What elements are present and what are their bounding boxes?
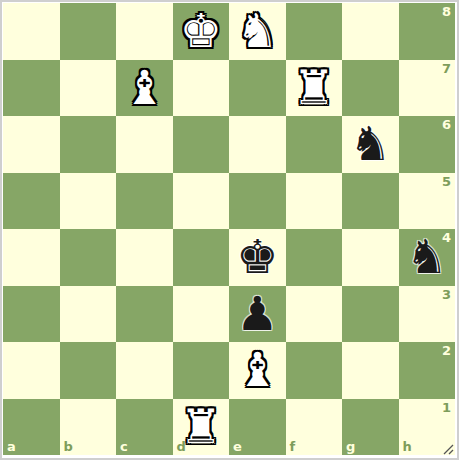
square-b7[interactable] bbox=[60, 60, 117, 117]
square-e5[interactable] bbox=[229, 173, 286, 230]
piece-white-bishop[interactable]: ♝ bbox=[236, 342, 278, 399]
square-h1[interactable]: 1h bbox=[399, 399, 456, 456]
square-a3[interactable] bbox=[3, 286, 60, 343]
square-a4[interactable] bbox=[3, 229, 60, 286]
square-f5[interactable] bbox=[286, 173, 343, 230]
square-f1[interactable]: f bbox=[286, 399, 343, 456]
square-e8[interactable]: ♞ bbox=[229, 3, 286, 60]
square-c7[interactable]: ♝ bbox=[116, 60, 173, 117]
square-h7[interactable]: 7 bbox=[399, 60, 456, 117]
square-h5[interactable]: 5 bbox=[399, 173, 456, 230]
square-h8[interactable]: 8 bbox=[399, 3, 456, 60]
rank-label-6: 6 bbox=[442, 118, 451, 131]
piece-white-rook[interactable]: ♜ bbox=[180, 399, 222, 456]
square-e2[interactable]: ♝ bbox=[229, 342, 286, 399]
piece-white-king[interactable]: ♚ bbox=[180, 3, 222, 60]
rank-label-1: 1 bbox=[442, 401, 451, 414]
square-g3[interactable] bbox=[342, 286, 399, 343]
square-g2[interactable] bbox=[342, 342, 399, 399]
rank-label-8: 8 bbox=[442, 5, 451, 18]
resize-handle-icon[interactable] bbox=[440, 440, 454, 454]
square-g8[interactable] bbox=[342, 3, 399, 60]
rank-label-3: 3 bbox=[442, 288, 451, 301]
square-c3[interactable] bbox=[116, 286, 173, 343]
square-c1[interactable]: c bbox=[116, 399, 173, 456]
square-e1[interactable]: e bbox=[229, 399, 286, 456]
rank-label-5: 5 bbox=[442, 175, 451, 188]
file-label-h: h bbox=[403, 440, 412, 453]
square-b4[interactable] bbox=[60, 229, 117, 286]
square-b2[interactable] bbox=[60, 342, 117, 399]
square-a5[interactable] bbox=[3, 173, 60, 230]
file-label-b: b bbox=[64, 440, 73, 453]
file-label-c: c bbox=[120, 440, 128, 453]
square-g7[interactable] bbox=[342, 60, 399, 117]
square-b1[interactable]: b bbox=[60, 399, 117, 456]
square-h4[interactable]: 4♞ bbox=[399, 229, 456, 286]
square-a1[interactable]: a bbox=[3, 399, 60, 456]
square-b6[interactable] bbox=[60, 116, 117, 173]
square-g1[interactable]: g bbox=[342, 399, 399, 456]
square-d1[interactable]: d♜ bbox=[173, 399, 230, 456]
piece-white-rook[interactable]: ♜ bbox=[293, 60, 335, 117]
square-d7[interactable] bbox=[173, 60, 230, 117]
square-b5[interactable] bbox=[60, 173, 117, 230]
square-a8[interactable] bbox=[3, 3, 60, 60]
square-d2[interactable] bbox=[173, 342, 230, 399]
square-e3[interactable]: ♟ bbox=[229, 286, 286, 343]
square-a2[interactable] bbox=[3, 342, 60, 399]
square-d6[interactable] bbox=[173, 116, 230, 173]
square-d8[interactable]: ♚ bbox=[173, 3, 230, 60]
piece-white-bishop[interactable]: ♝ bbox=[123, 60, 165, 117]
square-f4[interactable] bbox=[286, 229, 343, 286]
file-label-a: a bbox=[7, 440, 16, 453]
square-f6[interactable] bbox=[286, 116, 343, 173]
square-h6[interactable]: 6 bbox=[399, 116, 456, 173]
square-c5[interactable] bbox=[116, 173, 173, 230]
square-b8[interactable] bbox=[60, 3, 117, 60]
square-f2[interactable] bbox=[286, 342, 343, 399]
square-f8[interactable] bbox=[286, 3, 343, 60]
square-h2[interactable]: 2 bbox=[399, 342, 456, 399]
piece-black-pawn[interactable]: ♟ bbox=[236, 286, 278, 343]
square-e7[interactable] bbox=[229, 60, 286, 117]
file-label-f: f bbox=[290, 440, 296, 453]
square-g6[interactable]: ♞ bbox=[342, 116, 399, 173]
file-label-e: e bbox=[233, 440, 242, 453]
square-c2[interactable] bbox=[116, 342, 173, 399]
rank-label-7: 7 bbox=[442, 62, 451, 75]
square-d4[interactable] bbox=[173, 229, 230, 286]
square-b3[interactable] bbox=[60, 286, 117, 343]
square-h3[interactable]: 3 bbox=[399, 286, 456, 343]
square-c4[interactable] bbox=[116, 229, 173, 286]
piece-black-knight[interactable]: ♞ bbox=[406, 229, 448, 286]
square-f7[interactable]: ♜ bbox=[286, 60, 343, 117]
square-a7[interactable] bbox=[3, 60, 60, 117]
square-g4[interactable] bbox=[342, 229, 399, 286]
piece-white-knight[interactable]: ♞ bbox=[236, 3, 278, 60]
square-f3[interactable] bbox=[286, 286, 343, 343]
square-c8[interactable] bbox=[116, 3, 173, 60]
file-label-g: g bbox=[346, 440, 355, 453]
board-frame: ♚♞8♝♜7♞65♚4♞♟3♝2abcd♜efg1h bbox=[0, 0, 459, 460]
rank-label-2: 2 bbox=[442, 344, 451, 357]
square-e4[interactable]: ♚ bbox=[229, 229, 286, 286]
piece-black-knight[interactable]: ♞ bbox=[349, 116, 391, 173]
piece-black-king[interactable]: ♚ bbox=[236, 229, 278, 286]
square-g5[interactable] bbox=[342, 173, 399, 230]
chess-board[interactable]: ♚♞8♝♜7♞65♚4♞♟3♝2abcd♜efg1h bbox=[3, 3, 455, 455]
square-c6[interactable] bbox=[116, 116, 173, 173]
square-d5[interactable] bbox=[173, 173, 230, 230]
square-a6[interactable] bbox=[3, 116, 60, 173]
square-d3[interactable] bbox=[173, 286, 230, 343]
square-e6[interactable] bbox=[229, 116, 286, 173]
